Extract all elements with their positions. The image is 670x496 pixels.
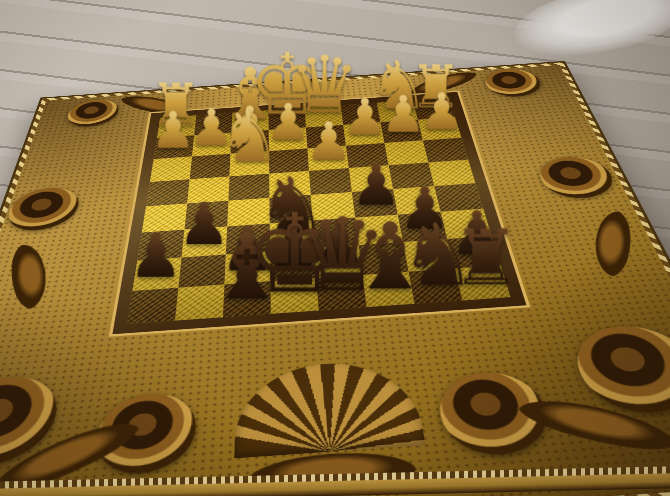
photo-scene: ♜♝♚♛♞♜♟♟♟♟♟♟♟♞♟♟♟♞♟♟♟♟♟♟♝♚♛♝♞♜ bbox=[0, 0, 670, 496]
carving-ornament bbox=[2, 186, 84, 233]
carving-ornament bbox=[481, 68, 546, 99]
square-a2[interactable]: ♟ bbox=[418, 117, 462, 140]
square-a8[interactable]: ♜ bbox=[455, 265, 511, 300]
carving-ornament bbox=[533, 155, 621, 201]
square-b2[interactable]: ♟ bbox=[381, 120, 423, 143]
carving-ornament bbox=[64, 98, 121, 128]
carving-ornament bbox=[565, 322, 670, 416]
white-pawn[interactable]: ♟ bbox=[305, 115, 352, 167]
white-pawn[interactable]: ♟ bbox=[419, 86, 464, 137]
carving-palmette bbox=[234, 358, 425, 459]
board-border: ♜♝♚♛♞♜♟♟♟♟♟♟♟♞♟♟♟♞♟♟♟♟♟♟♝♚♛♝♞♜ bbox=[112, 92, 526, 334]
square-h7[interactable]: ♟ bbox=[132, 258, 181, 291]
carving-leaf bbox=[9, 241, 51, 313]
black-pawn[interactable]: ♟ bbox=[129, 226, 183, 287]
carved-chess-board: ♜♝♚♛♞♜♟♟♟♟♟♟♟♞♟♟♟♞♟♟♟♟♟♟♝♚♛♝♞♜ bbox=[0, 62, 670, 496]
square-a3[interactable] bbox=[423, 138, 468, 163]
carving-leaf bbox=[516, 391, 670, 460]
carving-leaf bbox=[592, 209, 632, 279]
square-h8[interactable] bbox=[127, 288, 178, 324]
square-h3[interactable] bbox=[150, 157, 192, 182]
black-rook[interactable]: ♜ bbox=[452, 220, 520, 296]
carving-ornament bbox=[433, 369, 558, 458]
chess-grid: ♜♝♚♛♞♜♟♟♟♟♟♟♟♞♟♟♟♞♟♟♟♟♟♟♝♚♛♝♞♜ bbox=[127, 98, 510, 324]
